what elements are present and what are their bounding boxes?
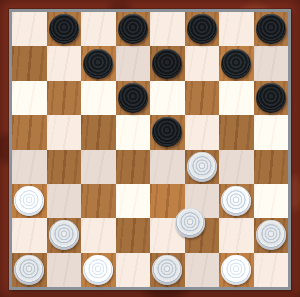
square-d3 [116, 184, 151, 218]
square-g3[interactable] [219, 184, 254, 218]
square-e8 [150, 12, 185, 46]
square-c7[interactable] [81, 46, 116, 80]
square-h7 [254, 46, 289, 80]
square-c1[interactable] [81, 253, 116, 287]
square-b6[interactable] [47, 81, 82, 115]
square-g1[interactable] [219, 253, 254, 287]
square-a4 [12, 150, 47, 184]
square-h6[interactable] [254, 81, 289, 115]
square-e6 [150, 81, 185, 115]
board-frame [9, 9, 291, 290]
black-piece[interactable] [118, 83, 148, 113]
square-c4 [81, 150, 116, 184]
square-h5 [254, 115, 289, 149]
square-a2 [12, 218, 47, 252]
square-h3 [254, 184, 289, 218]
square-c6 [81, 81, 116, 115]
white-piece[interactable] [14, 186, 44, 216]
square-a5[interactable] [12, 115, 47, 149]
square-d2[interactable] [116, 218, 151, 252]
square-g8 [219, 12, 254, 46]
square-a3[interactable] [12, 184, 47, 218]
square-g7[interactable] [219, 46, 254, 80]
square-b2[interactable] [47, 218, 82, 252]
white-piece[interactable] [221, 255, 251, 285]
square-d8[interactable] [116, 12, 151, 46]
square-g2 [219, 218, 254, 252]
checkers-board [12, 12, 288, 287]
square-h8[interactable] [254, 12, 289, 46]
black-piece[interactable] [152, 49, 182, 79]
square-a8 [12, 12, 47, 46]
square-c3[interactable] [81, 184, 116, 218]
black-piece[interactable] [256, 83, 286, 113]
white-piece[interactable] [14, 255, 44, 285]
square-b1 [47, 253, 82, 287]
white-piece[interactable] [175, 208, 205, 238]
square-a7[interactable] [12, 46, 47, 80]
black-piece[interactable] [221, 49, 251, 79]
square-c8 [81, 12, 116, 46]
square-c2 [81, 218, 116, 252]
square-e7[interactable] [150, 46, 185, 80]
square-f6[interactable] [185, 81, 220, 115]
white-piece[interactable] [83, 255, 113, 285]
white-piece[interactable] [221, 186, 251, 216]
square-a6 [12, 81, 47, 115]
square-b7 [47, 46, 82, 80]
black-piece[interactable] [83, 49, 113, 79]
square-d1 [116, 253, 151, 287]
white-piece[interactable] [256, 220, 286, 250]
square-e5[interactable] [150, 115, 185, 149]
square-b8[interactable] [47, 12, 82, 46]
square-b3 [47, 184, 82, 218]
square-f2[interactable] [185, 218, 220, 252]
black-piece[interactable] [118, 14, 148, 44]
square-d6[interactable] [116, 81, 151, 115]
black-piece[interactable] [187, 14, 217, 44]
white-piece[interactable] [152, 255, 182, 285]
square-e1[interactable] [150, 253, 185, 287]
square-d7 [116, 46, 151, 80]
white-piece[interactable] [49, 220, 79, 250]
square-h1 [254, 253, 289, 287]
square-c5[interactable] [81, 115, 116, 149]
square-a1[interactable] [12, 253, 47, 287]
black-piece[interactable] [152, 117, 182, 147]
square-g4 [219, 150, 254, 184]
square-f1 [185, 253, 220, 287]
square-f4[interactable] [185, 150, 220, 184]
square-e4 [150, 150, 185, 184]
wood-border [0, 0, 300, 297]
black-piece[interactable] [49, 14, 79, 44]
square-f7 [185, 46, 220, 80]
square-h4[interactable] [254, 150, 289, 184]
black-piece[interactable] [256, 14, 286, 44]
square-d5 [116, 115, 151, 149]
square-b4[interactable] [47, 150, 82, 184]
square-f8[interactable] [185, 12, 220, 46]
square-g6 [219, 81, 254, 115]
white-piece[interactable] [187, 152, 217, 182]
square-b5 [47, 115, 82, 149]
square-f5 [185, 115, 220, 149]
square-h2[interactable] [254, 218, 289, 252]
square-g5[interactable] [219, 115, 254, 149]
square-d4[interactable] [116, 150, 151, 184]
